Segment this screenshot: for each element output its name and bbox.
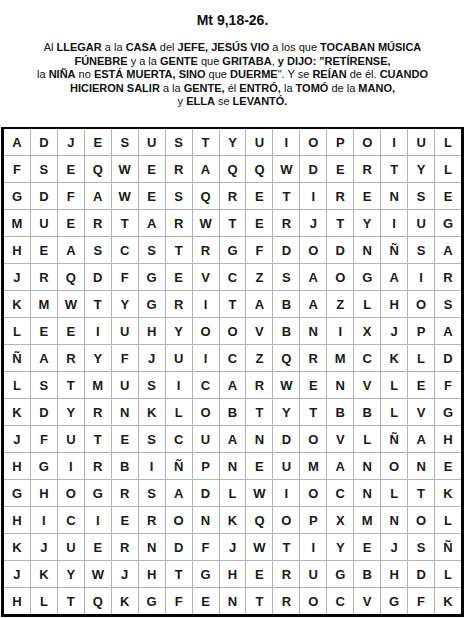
- grid-cell: K: [220, 507, 246, 533]
- letter-grid: ADJESUSTYUIOPOIULFSEQWERAQQWDERTYLGDFAWE…: [1, 127, 464, 617]
- grid-cell: B: [327, 399, 353, 425]
- grid-cell: H: [4, 507, 30, 533]
- grid-cell: T: [58, 588, 84, 614]
- grid-cell: Z: [246, 345, 272, 371]
- grid-cell: I: [139, 453, 165, 479]
- grid-cell: I: [408, 264, 434, 290]
- grid-cell: O: [408, 291, 434, 317]
- grid-cell: W: [112, 156, 138, 182]
- grid-cell: A: [220, 426, 246, 452]
- grid-cell: D: [273, 237, 299, 263]
- grid-cell: R: [273, 561, 299, 587]
- grid-cell: O: [354, 129, 380, 155]
- grid-cell: Y: [58, 561, 84, 587]
- grid-cell: R: [166, 210, 192, 236]
- verse-segment: Al: [44, 41, 57, 53]
- grid-cell: S: [139, 372, 165, 398]
- grid-cell: A: [31, 345, 57, 371]
- grid-cell: R: [58, 345, 84, 371]
- grid-cell: L: [435, 129, 461, 155]
- grid-cell: L: [381, 480, 407, 506]
- hidden-word-label: JEFE, JESÚS VIO: [178, 41, 270, 53]
- grid-cell: T: [327, 210, 353, 236]
- grid-cell: Z: [246, 264, 272, 290]
- grid-cell: L: [435, 156, 461, 182]
- grid-cell: H: [4, 588, 30, 614]
- grid-cell: T: [408, 480, 434, 506]
- hidden-word-label: FÚNEBRE: [74, 55, 127, 67]
- grid-cell: H: [220, 561, 246, 587]
- grid-cell: E: [31, 318, 57, 344]
- grid-cell: E: [112, 426, 138, 452]
- grid-cell: E: [58, 210, 84, 236]
- grid-cell: L: [354, 291, 380, 317]
- grid-cell: E: [354, 534, 380, 560]
- grid-cell: A: [435, 237, 461, 263]
- grid-cell: D: [166, 534, 192, 560]
- grid-cell: J: [220, 534, 246, 560]
- grid-cell: J: [381, 318, 407, 344]
- grid-cell: T: [246, 399, 272, 425]
- grid-cell: K: [381, 345, 407, 371]
- grid-cell: J: [112, 561, 138, 587]
- hidden-word-label: DUERME: [230, 68, 278, 80]
- grid-cell: E: [300, 372, 326, 398]
- grid-cell: N: [300, 318, 326, 344]
- grid-cell: F: [4, 156, 30, 182]
- grid-cell: L: [435, 507, 461, 533]
- grid-cell: O: [300, 426, 326, 452]
- grid-cell: N: [220, 588, 246, 614]
- grid-cell: Ñ: [381, 237, 407, 263]
- grid-cell: H: [381, 291, 407, 317]
- grid-cell: A: [300, 264, 326, 290]
- grid-cell: C: [220, 264, 246, 290]
- grid-cell: G: [139, 588, 165, 614]
- grid-cell: J: [4, 561, 30, 587]
- verse-segment: de la: [328, 82, 358, 94]
- grid-cell: E: [85, 534, 111, 560]
- grid-cell: S: [31, 372, 57, 398]
- grid-cell: H: [4, 453, 30, 479]
- grid-cell: M: [327, 345, 353, 371]
- grid-cell: R: [273, 588, 299, 614]
- grid-cell: J: [4, 264, 30, 290]
- grid-cell: D: [435, 345, 461, 371]
- grid-cell: M: [31, 291, 57, 317]
- grid-cell: H: [139, 561, 165, 587]
- grid-cell: T: [273, 183, 299, 209]
- grid-cell: Y: [166, 318, 192, 344]
- grid-cell: Q: [273, 345, 299, 371]
- grid-cell: N: [112, 399, 138, 425]
- grid-cell: G: [354, 264, 380, 290]
- grid-cell: W: [58, 291, 84, 317]
- grid-cell: M: [4, 210, 30, 236]
- grid-cell: E: [246, 561, 272, 587]
- grid-cell: U: [112, 372, 138, 398]
- grid-cell: N: [381, 183, 407, 209]
- grid-cell: B: [273, 291, 299, 317]
- grid-cell: E: [246, 453, 272, 479]
- grid-cell: U: [300, 561, 326, 587]
- verse-segment: la: [37, 68, 49, 80]
- grid-cell: S: [408, 183, 434, 209]
- grid-cell: V: [408, 399, 434, 425]
- grid-cell: G: [220, 237, 246, 263]
- grid-cell: R: [435, 264, 461, 290]
- hidden-word-label: NIÑA: [49, 68, 76, 80]
- grid-cell: Q: [246, 507, 272, 533]
- grid-cell: D: [300, 156, 326, 182]
- verse-line: FÚNEBRE y a la GENTE que GRITABA, y DIJO…: [0, 55, 465, 69]
- grid-cell: B: [112, 453, 138, 479]
- verse-segment: de él.: [347, 68, 380, 80]
- hidden-word-label: CASA: [126, 41, 157, 53]
- grid-cell: F: [166, 588, 192, 614]
- grid-cell: A: [220, 372, 246, 398]
- hidden-word-label: CUANDO: [380, 68, 428, 80]
- grid-cell: F: [112, 264, 138, 290]
- grid-cell: G: [4, 183, 30, 209]
- grid-cell: U: [31, 210, 57, 236]
- grid-cell: L: [354, 426, 380, 452]
- grid-cell: Y: [273, 399, 299, 425]
- grid-cell: I: [193, 345, 219, 371]
- grid-cell: C: [112, 237, 138, 263]
- grid-cell: I: [273, 480, 299, 506]
- grid-cell: Q: [246, 156, 272, 182]
- grid-cell: K: [139, 399, 165, 425]
- grid-cell: R: [166, 291, 192, 317]
- grid-cell: K: [31, 561, 57, 587]
- grid-cell: R: [327, 183, 353, 209]
- grid-cell: W: [273, 372, 299, 398]
- grid-cell: D: [31, 399, 57, 425]
- grid-cell: A: [85, 183, 111, 209]
- grid-cell: S: [166, 183, 192, 209]
- verse-line: Al LLEGAR a la CASA del JEFE, JESÚS VIO …: [0, 41, 465, 55]
- grid-cell: A: [381, 264, 407, 290]
- grid-cell: N: [354, 480, 380, 506]
- grid-cell: D: [193, 480, 219, 506]
- grid-cell: T: [193, 129, 219, 155]
- verse-segment: no: [76, 68, 94, 80]
- grid-cell: Ñ: [381, 426, 407, 452]
- grid-cell: I: [300, 183, 326, 209]
- grid-cell: C: [327, 588, 353, 614]
- hidden-word-label: GRITABA: [222, 55, 271, 67]
- grid-cell: D: [273, 426, 299, 452]
- grid-cell: O: [300, 237, 326, 263]
- grid-cell: S: [31, 156, 57, 182]
- grid-cell: Q: [58, 264, 84, 290]
- hidden-word-label: TOCABAN MÚSICA: [320, 41, 421, 53]
- grid-cell: G: [139, 291, 165, 317]
- grid-cell: E: [435, 183, 461, 209]
- grid-cell: B: [354, 561, 380, 587]
- grid-cell: F: [435, 372, 461, 398]
- grid-cell: O: [381, 453, 407, 479]
- grid-cell: M: [300, 453, 326, 479]
- grid-cell: Y: [327, 534, 353, 560]
- grid-cell: X: [327, 507, 353, 533]
- grid-cell: A: [327, 453, 353, 479]
- grid-cell: P: [327, 129, 353, 155]
- grid-cell: G: [381, 588, 407, 614]
- grid-cell: T: [220, 291, 246, 317]
- grid-cell: N: [381, 507, 407, 533]
- grid-cell: N: [327, 372, 353, 398]
- verse-line: y ELLA se LEVANTÓ.: [0, 95, 465, 109]
- grid-cell: A: [246, 291, 272, 317]
- grid-cell: O: [327, 264, 353, 290]
- grid-cell: M: [354, 507, 380, 533]
- grid-cell: C: [166, 426, 192, 452]
- grid-cell: N: [220, 453, 246, 479]
- grid-cell: E: [139, 156, 165, 182]
- grid-cell: N: [246, 426, 272, 452]
- grid-cell: V: [354, 372, 380, 398]
- grid-cell: V: [354, 588, 380, 614]
- grid-cell: P: [408, 318, 434, 344]
- grid-cell: U: [112, 318, 138, 344]
- grid-cell: O: [300, 480, 326, 506]
- grid-cell: U: [408, 129, 434, 155]
- grid-cell: N: [354, 453, 380, 479]
- grid-cell: A: [4, 129, 30, 155]
- grid-cell: S: [112, 129, 138, 155]
- grid-cell: I: [166, 372, 192, 398]
- grid-cell: Y: [85, 345, 111, 371]
- verse-segment: a los que: [269, 41, 320, 53]
- grid-cell: W: [273, 156, 299, 182]
- grid-cell: I: [31, 507, 57, 533]
- grid-cell: F: [193, 534, 219, 560]
- grid-cell: R: [193, 237, 219, 263]
- grid-cell: Ñ: [4, 345, 30, 371]
- verse-segment: a la: [102, 41, 126, 53]
- verse-segment: y: [178, 95, 187, 107]
- verse-segment: del: [157, 41, 178, 53]
- verse-segment: se: [215, 95, 233, 107]
- grid-cell: Q: [85, 588, 111, 614]
- grid-cell: F: [31, 426, 57, 452]
- grid-cell: B: [354, 399, 380, 425]
- grid-cell: S: [408, 237, 434, 263]
- grid-cell: R: [112, 480, 138, 506]
- grid-cell: K: [112, 588, 138, 614]
- grid-cell: S: [85, 237, 111, 263]
- grid-cell: D: [85, 264, 111, 290]
- grid-cell: E: [31, 237, 57, 263]
- grid-cell: Y: [112, 291, 138, 317]
- grid-cell: E: [354, 183, 380, 209]
- grid-cell: N: [193, 507, 219, 533]
- grid-cell: G: [435, 399, 461, 425]
- grid-cell: U: [273, 453, 299, 479]
- grid-cell: F: [112, 345, 138, 371]
- grid-cell: O: [166, 507, 192, 533]
- grid-cell: H: [381, 561, 407, 587]
- grid-cell: L: [4, 372, 30, 398]
- grid-cell: J: [58, 129, 84, 155]
- grid-cell: V: [327, 426, 353, 452]
- grid-cell: I: [327, 318, 353, 344]
- grid-cell: G: [435, 210, 461, 236]
- grid-cell: W: [246, 480, 272, 506]
- verse-line: HICIERON SALIR a la GENTE, él ENTRÓ, la …: [0, 82, 465, 96]
- grid-cell: F: [246, 237, 272, 263]
- grid-cell: D: [327, 237, 353, 263]
- grid-cell: H: [4, 237, 30, 263]
- hidden-word-label: LLEGAR: [57, 41, 102, 53]
- hidden-word-label: GENTE,: [184, 82, 225, 94]
- verse-text: Al LLEGAR a la CASA del JEFE, JESÚS VIO …: [0, 41, 465, 109]
- grid-cell: O: [58, 480, 84, 506]
- grid-cell: E: [85, 129, 111, 155]
- grid-cell: U: [139, 129, 165, 155]
- verse-segment: y a la: [128, 55, 160, 67]
- grid-cell: D: [31, 129, 57, 155]
- grid-cell: G: [327, 561, 353, 587]
- grid-cell: A: [139, 210, 165, 236]
- hidden-word-label: ENTRÓ,: [239, 82, 281, 94]
- grid-cell: K: [4, 534, 30, 560]
- grid-cell: L: [4, 318, 30, 344]
- grid-cell: U: [166, 345, 192, 371]
- grid-cell: U: [246, 129, 272, 155]
- grid-cell: E: [112, 507, 138, 533]
- grid-cell: G: [4, 480, 30, 506]
- grid-cell: W: [193, 210, 219, 236]
- hidden-word-label: ESTÁ MUERTA, SINO: [94, 68, 206, 80]
- hidden-word-label: ELLA: [186, 95, 215, 107]
- hidden-word-label: y DIJO: "RETÍRENSE,: [278, 55, 391, 67]
- grid-cell: A: [193, 156, 219, 182]
- grid-cell: D: [31, 183, 57, 209]
- grid-cell: Y: [220, 129, 246, 155]
- grid-cell: I: [273, 129, 299, 155]
- grid-cell: V: [246, 318, 272, 344]
- grid-cell: T: [381, 156, 407, 182]
- grid-cell: I: [58, 453, 84, 479]
- grid-cell: L: [166, 399, 192, 425]
- grid-cell: Y: [58, 399, 84, 425]
- grid-cell: O: [193, 399, 219, 425]
- grid-cell: S: [435, 291, 461, 317]
- grid-cell: R: [300, 345, 326, 371]
- grid-cell: V: [193, 264, 219, 290]
- grid-cell: I: [300, 534, 326, 560]
- grid-cell: E: [246, 210, 272, 236]
- grid-cell: X: [354, 318, 380, 344]
- grid-cell: R: [139, 507, 165, 533]
- grid-cell: L: [381, 372, 407, 398]
- grid-cell: T: [166, 237, 192, 263]
- grid-cell: H: [435, 426, 461, 452]
- hidden-word-label: MANO,: [358, 82, 395, 94]
- hidden-word-label: HICIERON SALIR: [70, 82, 160, 94]
- grid-cell: T: [246, 588, 272, 614]
- grid-cell: U: [408, 210, 434, 236]
- grid-cell: R: [85, 399, 111, 425]
- grid-cell: T: [273, 534, 299, 560]
- grid-cell: L: [408, 345, 434, 371]
- grid-cell: J: [139, 345, 165, 371]
- grid-cell: Y: [408, 156, 434, 182]
- grid-cell: P: [193, 453, 219, 479]
- grid-cell: A: [435, 318, 461, 344]
- grid-cell: D: [408, 561, 434, 587]
- grid-cell: T: [220, 210, 246, 236]
- grid-cell: R: [273, 210, 299, 236]
- grid-cell: E: [58, 156, 84, 182]
- puzzle-title: Mt 9,18-26.: [0, 0, 465, 28]
- grid-cell: G: [85, 480, 111, 506]
- grid-cell: I: [381, 210, 407, 236]
- grid-cell: K: [435, 480, 461, 506]
- grid-cell: S: [166, 129, 192, 155]
- grid-cell: R: [166, 156, 192, 182]
- hidden-word-label: LEVANTÓ.: [233, 95, 288, 107]
- grid-cell: S: [408, 534, 434, 560]
- grid-cell: C: [327, 480, 353, 506]
- grid-cell: J: [300, 210, 326, 236]
- grid-cell: T: [85, 291, 111, 317]
- grid-cell: R: [85, 453, 111, 479]
- grid-cell: S: [139, 426, 165, 452]
- verse-line: la NIÑA no ESTÁ MUERTA, SINO que DUERME"…: [0, 68, 465, 82]
- grid-cell: E: [327, 156, 353, 182]
- grid-cell: C: [58, 507, 84, 533]
- grid-cell: I: [193, 291, 219, 317]
- hidden-word-label: REÍAN: [312, 68, 346, 80]
- grid-cell: O: [220, 318, 246, 344]
- grid-cell: L: [220, 480, 246, 506]
- grid-cell: I: [381, 129, 407, 155]
- grid-cell: G: [139, 264, 165, 290]
- grid-cell: F: [58, 183, 84, 209]
- grid-cell: Y: [354, 210, 380, 236]
- grid-cell: J: [4, 426, 30, 452]
- grid-cell: K: [4, 291, 30, 317]
- grid-cell: A: [300, 291, 326, 317]
- grid-cell: R: [112, 534, 138, 560]
- grid-cell: O: [300, 129, 326, 155]
- hidden-word-label: TOMÓ: [296, 82, 329, 94]
- grid-cell: R: [31, 264, 57, 290]
- grid-cell: E: [166, 264, 192, 290]
- verse-segment: la: [281, 82, 296, 94]
- grid-cell: A: [408, 426, 434, 452]
- grid-cell: C: [354, 345, 380, 371]
- grid-cell: L: [31, 588, 57, 614]
- verse-segment: ". Y se: [278, 68, 313, 80]
- grid-cell: Q: [220, 156, 246, 182]
- grid-cell: C: [220, 345, 246, 371]
- grid-cell: Ñ: [435, 534, 461, 560]
- grid-cell: Q: [193, 183, 219, 209]
- grid-cell: I: [85, 318, 111, 344]
- grid-cell: O: [193, 318, 219, 344]
- grid-cell: Ñ: [166, 453, 192, 479]
- grid-cell: U: [193, 426, 219, 452]
- grid-cell: A: [58, 237, 84, 263]
- grid-cell: N: [354, 237, 380, 263]
- grid-cell: R: [220, 183, 246, 209]
- grid-cell: E: [246, 183, 272, 209]
